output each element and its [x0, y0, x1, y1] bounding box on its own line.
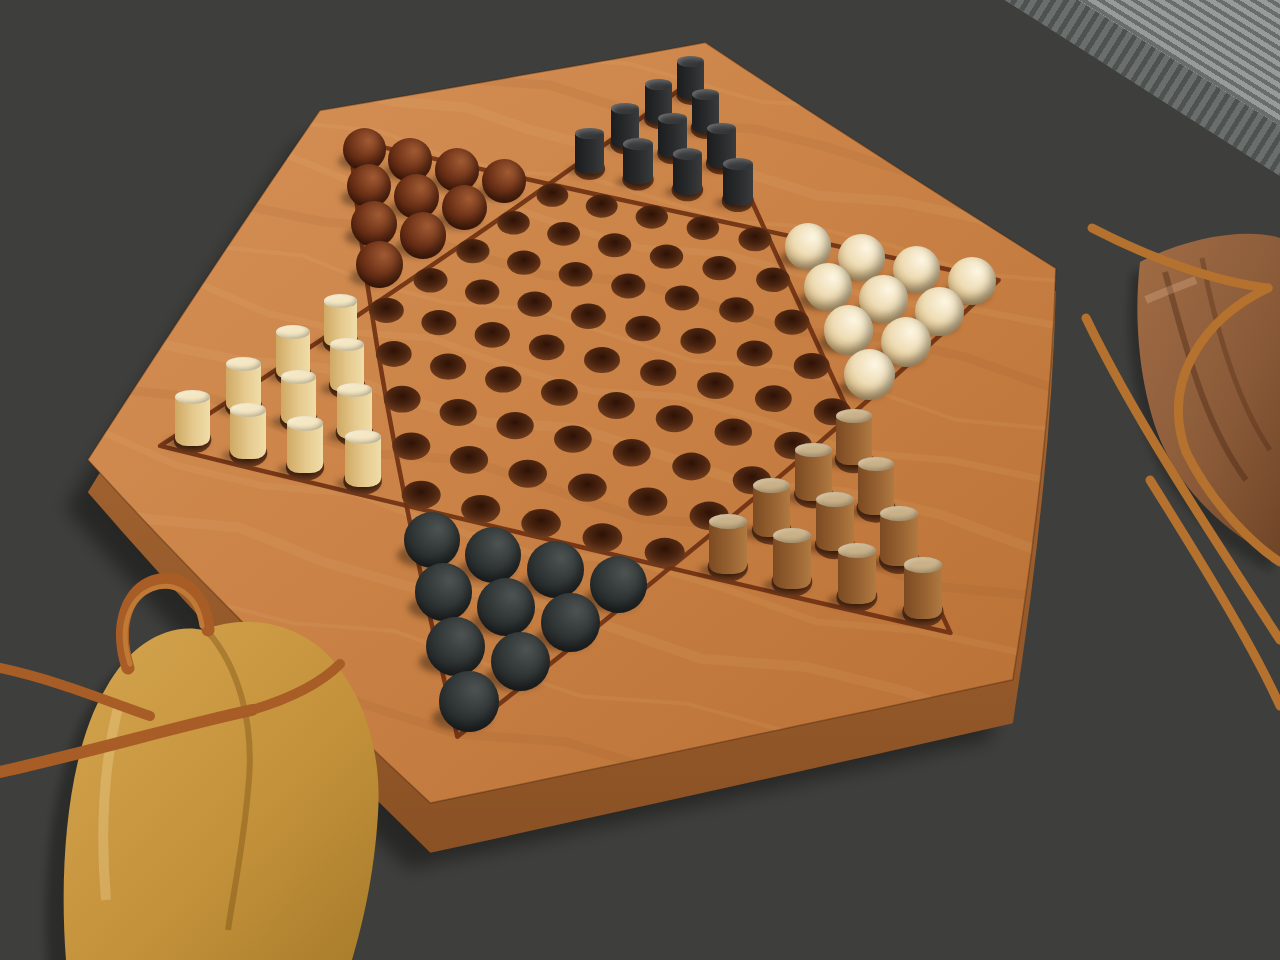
piece-walnut-peg[interactable] [838, 543, 876, 604]
hole-r4-c5[interactable] [586, 195, 618, 218]
piece-pine-peg[interactable] [230, 403, 266, 459]
hole-r12-c6[interactable] [521, 509, 561, 538]
hole-r7-c1[interactable] [414, 268, 448, 293]
piece-black-peg[interactable] [575, 128, 604, 174]
hole-r8-c5[interactable] [640, 360, 676, 386]
hole-r9-c7[interactable] [715, 419, 753, 446]
hole-r6-c4[interactable] [559, 262, 593, 287]
hole-r11-c7[interactable] [628, 488, 667, 516]
piece-dark-mahogany-ball[interactable] [356, 241, 403, 288]
piece-cream-ball[interactable] [844, 349, 895, 400]
piece-dark-mahogany-ball[interactable] [482, 159, 526, 203]
hole-r7-c3[interactable] [518, 292, 553, 317]
hole-r5-c5[interactable] [598, 233, 631, 257]
piece-walnut-peg[interactable] [773, 528, 811, 588]
piece-black-ball[interactable] [415, 563, 473, 621]
hole-r9-c5[interactable] [598, 392, 635, 419]
hole-r4-c4[interactable] [537, 184, 569, 207]
hole-r8-c2[interactable] [475, 322, 510, 348]
piece-cream-ball[interactable] [824, 305, 874, 355]
hole-r7-c2[interactable] [465, 280, 499, 305]
piece-black-ball[interactable] [465, 527, 522, 584]
piece-cream-ball[interactable] [804, 263, 852, 311]
hole-r9-c4[interactable] [541, 379, 578, 406]
hole-r6-c6[interactable] [665, 285, 699, 310]
piece-walnut-peg[interactable] [904, 557, 943, 618]
piece-black-ball[interactable] [541, 593, 599, 651]
piece-black-peg[interactable] [623, 138, 652, 184]
hole-r6-c5[interactable] [611, 274, 645, 299]
piece-dark-mahogany-ball[interactable] [351, 201, 397, 247]
hole-r8-c0[interactable] [369, 298, 404, 323]
hole-r7-c7[interactable] [737, 340, 773, 366]
piece-walnut-peg[interactable] [709, 514, 747, 574]
brown-leather-pouch [1086, 228, 1280, 706]
hole-r10-c6[interactable] [613, 439, 651, 467]
hole-r5-c8[interactable] [756, 268, 790, 293]
piece-pine-peg[interactable] [287, 416, 323, 473]
hole-r12-c4[interactable] [402, 481, 441, 509]
hole-r10-c3[interactable] [440, 399, 477, 426]
hole-r9-c3[interactable] [485, 366, 521, 392]
hole-r11-c6[interactable] [568, 474, 607, 502]
hole-r5-c7[interactable] [702, 256, 736, 280]
hole-r4-c8[interactable] [739, 227, 772, 251]
hole-r4-c7[interactable] [687, 216, 720, 240]
hole-r10-c7[interactable] [672, 453, 710, 481]
hole-r9-c6[interactable] [656, 405, 693, 432]
piece-dark-mahogany-ball[interactable] [400, 212, 446, 258]
piece-pine-peg[interactable] [345, 430, 381, 487]
hole-r11-c3[interactable] [392, 432, 430, 460]
hole-r12-c8[interactable] [645, 538, 685, 567]
hole-r5-c6[interactable] [650, 245, 683, 269]
piece-black-ball[interactable] [527, 541, 584, 598]
hole-r4-c6[interactable] [636, 205, 668, 228]
hole-r10-c5[interactable] [554, 425, 592, 452]
hole-r5-c3[interactable] [497, 211, 530, 235]
piece-dark-mahogany-ball[interactable] [442, 185, 487, 230]
hole-r10-c4[interactable] [496, 412, 533, 439]
hole-r8-c3[interactable] [529, 335, 565, 361]
hole-r8-c7[interactable] [755, 385, 792, 412]
hole-r7-c5[interactable] [625, 316, 660, 342]
hole-r9-c2[interactable] [430, 354, 466, 380]
hole-r12-c5[interactable] [461, 495, 500, 523]
hole-r8-c1[interactable] [421, 310, 456, 335]
piece-black-peg[interactable] [723, 158, 753, 205]
hole-r7-c6[interactable] [680, 328, 716, 354]
hole-r9-c1[interactable] [376, 341, 412, 367]
hole-r6-c2[interactable] [456, 239, 489, 263]
piece-black-ball[interactable] [439, 671, 500, 732]
piece-black-ball[interactable] [426, 617, 485, 676]
hole-r6-c3[interactable] [507, 250, 541, 274]
piece-pine-peg[interactable] [175, 390, 210, 446]
photo-scene [0, 0, 1280, 960]
piece-black-peg[interactable] [673, 148, 703, 195]
hole-r6-c7[interactable] [719, 297, 754, 322]
piece-black-ball[interactable] [404, 512, 460, 568]
hole-r7-c8[interactable] [794, 353, 830, 379]
piece-black-ball[interactable] [590, 556, 647, 613]
hole-r5-c4[interactable] [547, 222, 580, 246]
hole-r11-c5[interactable] [508, 460, 547, 488]
hole-r12-c7[interactable] [583, 523, 623, 552]
hole-r10-c2[interactable] [384, 386, 421, 413]
hole-r8-c6[interactable] [697, 372, 734, 399]
hole-r8-c4[interactable] [584, 347, 620, 373]
hole-r11-c4[interactable] [450, 446, 488, 474]
hole-r7-c4[interactable] [571, 304, 606, 329]
hole-r6-c8[interactable] [775, 309, 810, 334]
